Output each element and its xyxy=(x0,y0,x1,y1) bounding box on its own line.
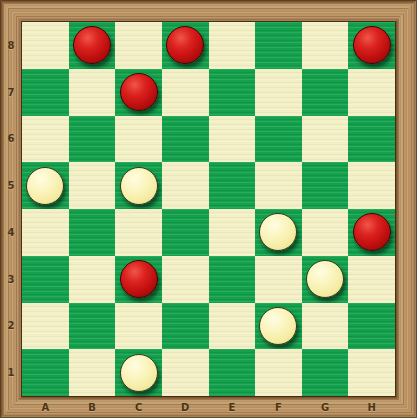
square-b7[interactable] xyxy=(69,69,116,116)
square-e2[interactable] xyxy=(209,303,256,350)
square-e3[interactable] xyxy=(209,256,256,303)
square-b2[interactable] xyxy=(69,303,116,350)
square-f6[interactable] xyxy=(255,116,302,163)
white-man[interactable] xyxy=(120,354,158,392)
square-c2[interactable] xyxy=(115,303,162,350)
square-d3[interactable] xyxy=(162,256,209,303)
file-label-a: A xyxy=(22,396,69,418)
red-man[interactable] xyxy=(73,26,111,64)
square-g2[interactable] xyxy=(302,303,349,350)
square-h6[interactable] xyxy=(348,116,395,163)
file-label-f: F xyxy=(255,396,302,418)
square-g3[interactable] xyxy=(302,256,349,303)
square-f1[interactable] xyxy=(255,349,302,396)
rank-label-2: 2 xyxy=(0,303,22,350)
square-c4[interactable] xyxy=(115,209,162,256)
square-h8[interactable] xyxy=(348,22,395,69)
rank-label-1: 1 xyxy=(0,349,22,396)
square-a7[interactable] xyxy=(22,69,69,116)
file-label-g: G xyxy=(302,396,349,418)
square-g6[interactable] xyxy=(302,116,349,163)
square-b6[interactable] xyxy=(69,116,116,163)
square-h5[interactable] xyxy=(348,162,395,209)
square-d2[interactable] xyxy=(162,303,209,350)
red-man[interactable] xyxy=(353,26,391,64)
file-labels: ABCDEFGH xyxy=(22,396,395,418)
square-f4[interactable] xyxy=(255,209,302,256)
square-f7[interactable] xyxy=(255,69,302,116)
square-h2[interactable] xyxy=(348,303,395,350)
square-b5[interactable] xyxy=(69,162,116,209)
square-g1[interactable] xyxy=(302,349,349,396)
square-d4[interactable] xyxy=(162,209,209,256)
square-d8[interactable] xyxy=(162,22,209,69)
rank-label-7: 7 xyxy=(0,69,22,116)
square-b4[interactable] xyxy=(69,209,116,256)
file-label-b: B xyxy=(69,396,116,418)
square-c6[interactable] xyxy=(115,116,162,163)
file-label-c: C xyxy=(115,396,162,418)
white-man[interactable] xyxy=(259,213,297,251)
white-man[interactable] xyxy=(120,167,158,205)
square-e6[interactable] xyxy=(209,116,256,163)
square-b1[interactable] xyxy=(69,349,116,396)
square-d5[interactable] xyxy=(162,162,209,209)
square-g4[interactable] xyxy=(302,209,349,256)
white-man[interactable] xyxy=(259,307,297,345)
square-f8[interactable] xyxy=(255,22,302,69)
square-d1[interactable] xyxy=(162,349,209,396)
square-a4[interactable] xyxy=(22,209,69,256)
checkers-board-scene: 87654321 ABCDEFGH xyxy=(0,0,417,418)
file-label-d: D xyxy=(162,396,209,418)
square-c3[interactable] xyxy=(115,256,162,303)
square-g7[interactable] xyxy=(302,69,349,116)
red-man[interactable] xyxy=(120,73,158,111)
white-man[interactable] xyxy=(306,260,344,298)
square-c8[interactable] xyxy=(115,22,162,69)
red-man[interactable] xyxy=(166,26,204,64)
square-a8[interactable] xyxy=(22,22,69,69)
square-e5[interactable] xyxy=(209,162,256,209)
square-f5[interactable] xyxy=(255,162,302,209)
rank-label-3: 3 xyxy=(0,256,22,303)
square-c7[interactable] xyxy=(115,69,162,116)
square-h4[interactable] xyxy=(348,209,395,256)
square-h1[interactable] xyxy=(348,349,395,396)
square-h3[interactable] xyxy=(348,256,395,303)
square-h7[interactable] xyxy=(348,69,395,116)
square-b3[interactable] xyxy=(69,256,116,303)
red-man[interactable] xyxy=(353,213,391,251)
rank-label-5: 5 xyxy=(0,162,22,209)
square-a1[interactable] xyxy=(22,349,69,396)
square-d6[interactable] xyxy=(162,116,209,163)
square-c5[interactable] xyxy=(115,162,162,209)
file-label-h: H xyxy=(348,396,395,418)
rank-labels: 87654321 xyxy=(0,22,22,396)
red-man[interactable] xyxy=(120,260,158,298)
square-e1[interactable] xyxy=(209,349,256,396)
file-label-e: E xyxy=(209,396,256,418)
square-c1[interactable] xyxy=(115,349,162,396)
square-a5[interactable] xyxy=(22,162,69,209)
frame-top xyxy=(0,0,417,22)
rank-label-4: 4 xyxy=(0,209,22,256)
rank-label-8: 8 xyxy=(0,22,22,69)
square-a6[interactable] xyxy=(22,116,69,163)
frame-right xyxy=(395,0,417,418)
square-e4[interactable] xyxy=(209,209,256,256)
square-d7[interactable] xyxy=(162,69,209,116)
square-g8[interactable] xyxy=(302,22,349,69)
white-man[interactable] xyxy=(26,167,64,205)
square-g5[interactable] xyxy=(302,162,349,209)
square-e7[interactable] xyxy=(209,69,256,116)
square-a3[interactable] xyxy=(22,256,69,303)
square-f2[interactable] xyxy=(255,303,302,350)
square-a2[interactable] xyxy=(22,303,69,350)
square-f3[interactable] xyxy=(255,256,302,303)
rank-label-6: 6 xyxy=(0,116,22,163)
square-b8[interactable] xyxy=(69,22,116,69)
board xyxy=(22,22,395,396)
square-e8[interactable] xyxy=(209,22,256,69)
